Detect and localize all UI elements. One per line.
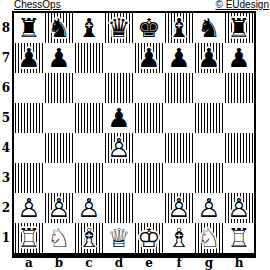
black-king-icon: ♚ bbox=[137, 13, 160, 43]
square-g3[interactable] bbox=[194, 163, 224, 193]
square-h7[interactable]: ♟♟ bbox=[224, 43, 254, 73]
square-b7[interactable]: ♟♟ bbox=[44, 43, 74, 73]
square-c4[interactable] bbox=[74, 133, 104, 163]
rank-labels: 87654321 bbox=[0, 13, 12, 253]
square-h3[interactable] bbox=[224, 163, 254, 193]
file-label-g: g bbox=[194, 257, 224, 270]
black-rook-icon: ♜ bbox=[227, 13, 250, 43]
square-c1[interactable]: ♝♗ bbox=[74, 223, 104, 253]
square-e4[interactable] bbox=[134, 133, 164, 163]
file-label-f: f bbox=[164, 257, 194, 270]
square-a6[interactable] bbox=[14, 73, 44, 103]
square-e3[interactable] bbox=[134, 163, 164, 193]
black-pawn-icon: ♟ bbox=[47, 43, 70, 73]
file-label-b: b bbox=[44, 257, 74, 270]
square-g4[interactable] bbox=[194, 133, 224, 163]
white-queen-icon: ♕ bbox=[107, 223, 130, 253]
square-a5[interactable] bbox=[14, 103, 44, 133]
square-g2[interactable]: ♟♙ bbox=[194, 193, 224, 223]
square-f1[interactable]: ♝♗ bbox=[164, 223, 194, 253]
square-a8[interactable]: ♜♜ bbox=[14, 13, 44, 43]
square-e2[interactable] bbox=[134, 193, 164, 223]
chessops-window: ChessOps © EUdesign 87654321 ♜♜♞♞♝♝♛♛♚♚♝… bbox=[0, 0, 270, 270]
square-d7[interactable] bbox=[104, 43, 134, 73]
file-label-a: a bbox=[14, 257, 44, 270]
white-bishop-icon: ♗ bbox=[167, 223, 190, 253]
chess-board: ♜♜♞♞♝♝♛♛♚♚♝♝♞♞♜♜♟♟♟♟♟♟♟♟♟♟♟♟♟♟♟♙♟♙♟♙♟♙♟♙… bbox=[14, 13, 254, 253]
square-b5[interactable] bbox=[44, 103, 74, 133]
white-pawn-icon: ♙ bbox=[47, 193, 70, 223]
black-knight-icon: ♞ bbox=[197, 13, 220, 43]
rank-label-2: 2 bbox=[0, 193, 12, 223]
square-f2[interactable]: ♟♙ bbox=[164, 193, 194, 223]
file-label-c: c bbox=[74, 257, 104, 270]
rank-label-4: 4 bbox=[0, 133, 12, 163]
square-a1[interactable]: ♜♖ bbox=[14, 223, 44, 253]
file-label-e: e bbox=[134, 257, 164, 270]
square-c3[interactable] bbox=[74, 163, 104, 193]
white-pawn-icon: ♙ bbox=[197, 193, 220, 223]
rank-label-1: 1 bbox=[0, 223, 12, 253]
square-f5[interactable] bbox=[164, 103, 194, 133]
file-labels: abcdefgh bbox=[14, 257, 254, 270]
board-frame: ♜♜♞♞♝♝♛♛♚♚♝♝♞♞♜♜♟♟♟♟♟♟♟♟♟♟♟♟♟♟♟♙♟♙♟♙♟♙♟♙… bbox=[12, 11, 256, 258]
white-knight-icon: ♘ bbox=[197, 223, 220, 253]
black-pawn-icon: ♟ bbox=[17, 43, 40, 73]
black-pawn-icon: ♟ bbox=[137, 43, 160, 73]
square-e8[interactable]: ♚♚ bbox=[134, 13, 164, 43]
black-bishop-icon: ♝ bbox=[77, 13, 100, 43]
square-f6[interactable] bbox=[164, 73, 194, 103]
square-d1[interactable]: ♛♕ bbox=[104, 223, 134, 253]
black-rook-icon: ♜ bbox=[17, 13, 40, 43]
black-pawn-icon: ♟ bbox=[167, 43, 190, 73]
white-pawn-icon: ♙ bbox=[77, 193, 100, 223]
white-pawn-icon: ♙ bbox=[107, 133, 130, 163]
square-b4[interactable] bbox=[44, 133, 74, 163]
white-king-icon: ♔ bbox=[137, 223, 160, 253]
file-label-h: h bbox=[224, 257, 254, 270]
square-d3[interactable] bbox=[104, 163, 134, 193]
square-g5[interactable] bbox=[194, 103, 224, 133]
square-c6[interactable] bbox=[74, 73, 104, 103]
square-a3[interactable] bbox=[14, 163, 44, 193]
rank-label-7: 7 bbox=[0, 43, 12, 73]
square-c7[interactable] bbox=[74, 43, 104, 73]
app-title: ChessOps bbox=[14, 0, 61, 10]
white-rook-icon: ♖ bbox=[227, 223, 250, 253]
black-pawn-icon: ♟ bbox=[107, 103, 130, 133]
square-f3[interactable] bbox=[164, 163, 194, 193]
rank-label-3: 3 bbox=[0, 163, 12, 193]
square-g6[interactable] bbox=[194, 73, 224, 103]
rank-label-8: 8 bbox=[0, 13, 12, 43]
square-b8[interactable]: ♞♞ bbox=[44, 13, 74, 43]
square-e1[interactable]: ♚♔ bbox=[134, 223, 164, 253]
square-d8[interactable]: ♛♛ bbox=[104, 13, 134, 43]
white-knight-icon: ♘ bbox=[47, 223, 70, 253]
square-a7[interactable]: ♟♟ bbox=[14, 43, 44, 73]
square-a4[interactable] bbox=[14, 133, 44, 163]
rank-label-6: 6 bbox=[0, 73, 12, 103]
square-b1[interactable]: ♞♘ bbox=[44, 223, 74, 253]
square-c8[interactable]: ♝♝ bbox=[74, 13, 104, 43]
square-e6[interactable] bbox=[134, 73, 164, 103]
square-h4[interactable] bbox=[224, 133, 254, 163]
black-pawn-icon: ♟ bbox=[227, 43, 250, 73]
black-queen-icon: ♛ bbox=[107, 13, 130, 43]
square-d4[interactable]: ♟♙ bbox=[104, 133, 134, 163]
file-label-d: d bbox=[104, 257, 134, 270]
square-h5[interactable] bbox=[224, 103, 254, 133]
square-f4[interactable] bbox=[164, 133, 194, 163]
square-c5[interactable] bbox=[74, 103, 104, 133]
square-g7[interactable]: ♟♟ bbox=[194, 43, 224, 73]
square-e7[interactable]: ♟♟ bbox=[134, 43, 164, 73]
black-bishop-icon: ♝ bbox=[167, 13, 190, 43]
square-h6[interactable] bbox=[224, 73, 254, 103]
white-pawn-icon: ♙ bbox=[167, 193, 190, 223]
square-e5[interactable] bbox=[134, 103, 164, 133]
square-d5[interactable]: ♟♟ bbox=[104, 103, 134, 133]
square-b6[interactable] bbox=[44, 73, 74, 103]
copyright-credit: © EUdesign bbox=[215, 0, 269, 10]
white-rook-icon: ♖ bbox=[17, 223, 40, 253]
black-knight-icon: ♞ bbox=[47, 13, 70, 43]
square-d2[interactable] bbox=[104, 193, 134, 223]
white-bishop-icon: ♗ bbox=[77, 223, 100, 253]
square-d6[interactable] bbox=[104, 73, 134, 103]
white-pawn-icon: ♙ bbox=[227, 193, 250, 223]
square-b2[interactable]: ♟♙ bbox=[44, 193, 74, 223]
square-a2[interactable]: ♟♙ bbox=[14, 193, 44, 223]
square-b3[interactable] bbox=[44, 163, 74, 193]
square-h1[interactable]: ♜♖ bbox=[224, 223, 254, 253]
square-f7[interactable]: ♟♟ bbox=[164, 43, 194, 73]
white-pawn-icon: ♙ bbox=[17, 193, 40, 223]
square-g8[interactable]: ♞♞ bbox=[194, 13, 224, 43]
square-h8[interactable]: ♜♜ bbox=[224, 13, 254, 43]
square-h2[interactable]: ♟♙ bbox=[224, 193, 254, 223]
black-pawn-icon: ♟ bbox=[197, 43, 220, 73]
rank-label-5: 5 bbox=[0, 103, 12, 133]
square-g1[interactable]: ♞♘ bbox=[194, 223, 224, 253]
square-f8[interactable]: ♝♝ bbox=[164, 13, 194, 43]
square-c2[interactable]: ♟♙ bbox=[74, 193, 104, 223]
